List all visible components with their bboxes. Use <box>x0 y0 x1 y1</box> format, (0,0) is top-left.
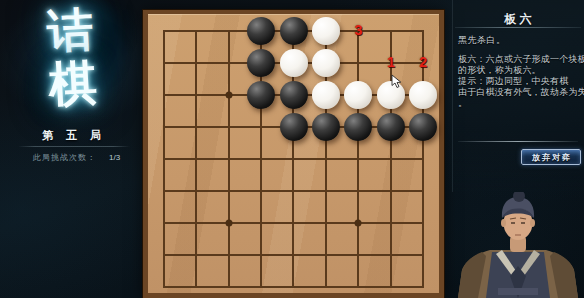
board-cells[interactable]: 312 <box>148 15 439 298</box>
mouse-cursor-icon <box>391 74 402 89</box>
intersection[interactable] <box>245 207 277 239</box>
move-marker-3: 3 <box>355 22 363 38</box>
intersection[interactable] <box>375 15 407 47</box>
intersection[interactable] <box>278 271 310 298</box>
intersection[interactable] <box>310 239 342 271</box>
intersection[interactable] <box>245 175 277 207</box>
intersection[interactable] <box>180 207 212 239</box>
black-stone <box>280 113 308 141</box>
intersection[interactable] <box>310 79 342 111</box>
intersection[interactable] <box>342 79 374 111</box>
black-stone <box>280 81 308 109</box>
round-label: 第 五 局 <box>0 128 143 143</box>
white-stone <box>312 17 340 45</box>
intersection[interactable]: 3 <box>342 15 374 47</box>
give-up-button[interactable]: 放弃对弈 <box>521 149 581 165</box>
left-panel: 诘 棋 第 五 局 此局挑战次数：1/3 <box>0 0 143 298</box>
attempts-label: 此局挑战次数： <box>33 153 96 162</box>
intersection[interactable] <box>278 15 310 47</box>
black-stone <box>344 113 372 141</box>
go-board[interactable]: 312 <box>143 10 444 298</box>
intersection[interactable] <box>375 271 407 298</box>
intersection[interactable] <box>342 271 374 298</box>
intersection[interactable] <box>407 207 439 239</box>
intersection[interactable] <box>148 47 180 79</box>
white-stone <box>312 81 340 109</box>
black-stone <box>247 49 275 77</box>
intersection[interactable] <box>342 47 374 79</box>
description-line: 由于白棋没有外气，故劫杀为失败 <box>458 87 584 98</box>
intersection[interactable] <box>375 175 407 207</box>
intersection[interactable] <box>310 15 342 47</box>
intersection[interactable] <box>342 111 374 143</box>
description-line: 板六：六点或六子形成一个块板子 <box>458 54 584 65</box>
panel-separator <box>458 141 578 142</box>
white-stone <box>344 81 372 109</box>
puzzle-description: 板六：六点或六子形成一个块板子 的形状，称为板六。 提示：两边同型，中央有棋 由… <box>458 54 584 109</box>
intersection[interactable] <box>245 239 277 271</box>
black-stone <box>280 17 308 45</box>
intersection[interactable] <box>213 47 245 79</box>
intersection[interactable] <box>375 207 407 239</box>
intersection[interactable] <box>213 175 245 207</box>
intersection[interactable] <box>310 47 342 79</box>
intersection[interactable] <box>180 271 212 298</box>
intersection[interactable] <box>245 111 277 143</box>
black-stone <box>409 113 437 141</box>
puzzle-objective: 黑先杀白。 <box>458 34 506 47</box>
intersection[interactable] <box>407 111 439 143</box>
intersection[interactable] <box>245 79 277 111</box>
calligraphy-char-jie: 诘 <box>0 0 143 59</box>
description-line: 的形状，称为板六。 <box>458 65 584 76</box>
move-marker-1: 1 <box>387 54 395 70</box>
intersection[interactable] <box>278 175 310 207</box>
intersection[interactable] <box>148 271 180 298</box>
intersection[interactable] <box>310 111 342 143</box>
intersection[interactable] <box>213 207 245 239</box>
move-marker-2: 2 <box>419 54 427 70</box>
intersection[interactable] <box>310 207 342 239</box>
intersection[interactable] <box>342 207 374 239</box>
intersection[interactable] <box>407 143 439 175</box>
intersection[interactable] <box>180 111 212 143</box>
intersection[interactable] <box>148 143 180 175</box>
intersection[interactable] <box>180 143 212 175</box>
info-panel: 板六 黑先杀白。 板六：六点或六子形成一个块板子 的形状，称为板六。 提示：两边… <box>452 0 584 298</box>
attempts-value: 1/3 <box>109 153 120 162</box>
intersection[interactable]: 2 <box>407 47 439 79</box>
description-line: 。 <box>458 98 584 109</box>
intersection[interactable] <box>148 175 180 207</box>
white-stone <box>409 81 437 109</box>
intersection[interactable] <box>245 271 277 298</box>
puzzle-mode-title: 诘 棋 <box>0 0 146 113</box>
title-underline <box>455 27 581 28</box>
intersection[interactable] <box>245 15 277 47</box>
intersection[interactable] <box>342 143 374 175</box>
left-separator <box>18 146 130 147</box>
white-stone <box>280 49 308 77</box>
intersection[interactable] <box>213 239 245 271</box>
intersection[interactable] <box>407 175 439 207</box>
intersection[interactable] <box>245 143 277 175</box>
description-line: 提示：两边同型，中央有棋 <box>458 76 584 87</box>
intersection[interactable] <box>375 111 407 143</box>
white-stone <box>312 49 340 77</box>
intersection[interactable] <box>213 111 245 143</box>
intersection[interactable] <box>180 239 212 271</box>
intersection[interactable] <box>407 79 439 111</box>
intersection[interactable] <box>342 175 374 207</box>
intersection[interactable] <box>310 175 342 207</box>
intersection[interactable] <box>342 239 374 271</box>
intersection[interactable] <box>310 143 342 175</box>
intersection[interactable] <box>180 175 212 207</box>
intersection[interactable] <box>278 79 310 111</box>
intersection[interactable] <box>180 47 212 79</box>
intersection[interactable] <box>148 239 180 271</box>
black-stone <box>247 81 275 109</box>
intersection[interactable] <box>278 143 310 175</box>
intersection[interactable] <box>375 239 407 271</box>
black-stone <box>312 113 340 141</box>
intersection[interactable] <box>245 47 277 79</box>
npc-portrait <box>452 192 584 298</box>
intersection[interactable] <box>148 79 180 111</box>
intersection[interactable] <box>213 143 245 175</box>
black-stone <box>377 113 405 141</box>
intersection[interactable] <box>407 271 439 298</box>
intersection[interactable] <box>180 79 212 111</box>
calligraphy-char-qi: 棋 <box>0 54 146 113</box>
game-screen: 诘 棋 第 五 局 此局挑战次数：1/3 312 板六 黑先杀白。 板六：六点或… <box>0 0 584 298</box>
intersection[interactable] <box>310 271 342 298</box>
intersection[interactable] <box>278 111 310 143</box>
puzzle-name: 板六 <box>452 11 584 28</box>
intersection[interactable] <box>278 47 310 79</box>
intersection[interactable] <box>278 207 310 239</box>
intersection[interactable] <box>148 15 180 47</box>
intersection[interactable] <box>407 239 439 271</box>
intersection[interactable] <box>375 143 407 175</box>
intersection[interactable] <box>148 111 180 143</box>
intersection[interactable] <box>180 15 212 47</box>
intersection[interactable] <box>213 79 245 111</box>
intersection[interactable] <box>213 271 245 298</box>
black-stone <box>247 17 275 45</box>
intersection[interactable] <box>213 15 245 47</box>
intersection[interactable] <box>148 207 180 239</box>
attempts-row: 此局挑战次数：1/3 <box>33 152 120 163</box>
intersection[interactable] <box>407 15 439 47</box>
intersection[interactable] <box>278 239 310 271</box>
